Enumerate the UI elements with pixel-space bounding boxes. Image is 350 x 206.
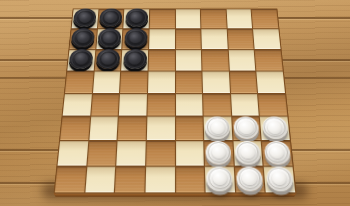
square-r3c8[interactable] xyxy=(255,50,283,71)
square-r8c5[interactable] xyxy=(176,167,205,193)
square-r2c3[interactable] xyxy=(123,29,149,49)
white-piece[interactable] xyxy=(235,141,262,165)
black-piece[interactable] xyxy=(96,49,121,69)
square-r2c5[interactable] xyxy=(175,29,201,49)
black-piece[interactable] xyxy=(73,9,97,27)
square-r3c1[interactable] xyxy=(67,50,95,71)
square-r1c5[interactable] xyxy=(175,9,200,28)
square-r1c6[interactable] xyxy=(201,9,227,28)
white-piece[interactable] xyxy=(205,116,231,139)
square-r2c2[interactable] xyxy=(96,29,123,49)
square-r6c4[interactable] xyxy=(147,117,175,140)
white-piece[interactable] xyxy=(236,166,264,191)
square-r2c1[interactable] xyxy=(70,29,97,49)
square-r3c4[interactable] xyxy=(148,50,174,71)
board-edge-bottom xyxy=(54,193,297,196)
square-r2c7[interactable] xyxy=(227,29,254,49)
square-r1c4[interactable] xyxy=(150,9,175,28)
square-r4c7[interactable] xyxy=(230,71,258,93)
square-r8c8[interactable] xyxy=(264,167,295,193)
black-piece[interactable] xyxy=(99,9,122,27)
black-piece[interactable] xyxy=(71,29,95,48)
square-r7c3[interactable] xyxy=(117,141,146,166)
square-r5c1[interactable] xyxy=(63,93,92,115)
square-r6c5[interactable] xyxy=(176,117,204,140)
white-piece[interactable] xyxy=(233,116,259,139)
square-r6c6[interactable] xyxy=(204,117,232,140)
square-r5c2[interactable] xyxy=(91,93,119,115)
square-r4c8[interactable] xyxy=(257,71,285,93)
square-r5c8[interactable] xyxy=(258,93,287,115)
white-piece[interactable] xyxy=(265,166,293,191)
square-r3c2[interactable] xyxy=(94,50,121,71)
wood-table-background xyxy=(0,0,350,206)
square-r4c1[interactable] xyxy=(65,71,93,93)
square-r5c3[interactable] xyxy=(119,93,147,115)
black-piece[interactable] xyxy=(97,29,121,48)
square-r6c8[interactable] xyxy=(260,117,290,140)
square-r5c5[interactable] xyxy=(176,93,203,115)
square-r6c7[interactable] xyxy=(232,117,261,140)
square-r2c4[interactable] xyxy=(149,29,175,49)
black-piece[interactable] xyxy=(125,9,148,27)
square-r7c6[interactable] xyxy=(204,141,233,166)
square-r8c6[interactable] xyxy=(205,167,235,193)
square-r8c1[interactable] xyxy=(55,167,86,193)
square-r4c2[interactable] xyxy=(93,71,121,93)
white-piece[interactable] xyxy=(263,141,290,165)
square-r3c6[interactable] xyxy=(202,50,229,71)
square-r7c1[interactable] xyxy=(58,141,88,166)
checkers-board xyxy=(54,8,297,193)
square-r5c7[interactable] xyxy=(231,93,259,115)
white-piece[interactable] xyxy=(262,116,289,139)
square-r1c2[interactable] xyxy=(98,9,124,28)
square-r8c7[interactable] xyxy=(235,167,265,193)
square-r5c6[interactable] xyxy=(203,93,231,115)
board-3d-wrap xyxy=(54,8,297,193)
square-r1c7[interactable] xyxy=(226,9,252,28)
square-r7c5[interactable] xyxy=(176,141,204,166)
square-r2c8[interactable] xyxy=(253,29,280,49)
square-r4c3[interactable] xyxy=(120,71,147,93)
white-piece[interactable] xyxy=(206,141,232,165)
black-piece[interactable] xyxy=(69,49,94,69)
square-r6c2[interactable] xyxy=(89,117,118,140)
square-r6c1[interactable] xyxy=(60,117,90,140)
square-r4c6[interactable] xyxy=(203,71,230,93)
square-r2c6[interactable] xyxy=(201,29,227,49)
square-r8c2[interactable] xyxy=(85,167,115,193)
square-r1c8[interactable] xyxy=(252,9,278,28)
square-r4c5[interactable] xyxy=(175,71,202,93)
black-piece[interactable] xyxy=(124,29,148,48)
square-r6c3[interactable] xyxy=(118,117,146,140)
white-piece[interactable] xyxy=(206,166,233,191)
black-piece[interactable] xyxy=(123,49,147,69)
square-r7c2[interactable] xyxy=(87,141,117,166)
square-r1c1[interactable] xyxy=(72,9,98,28)
square-r8c3[interactable] xyxy=(115,167,145,193)
square-r7c7[interactable] xyxy=(233,141,263,166)
square-r3c3[interactable] xyxy=(121,50,148,71)
square-r5c4[interactable] xyxy=(147,93,174,115)
square-r3c5[interactable] xyxy=(175,50,201,71)
square-r1c3[interactable] xyxy=(124,9,150,28)
square-r7c4[interactable] xyxy=(146,141,174,166)
square-r7c8[interactable] xyxy=(262,141,292,166)
square-r4c4[interactable] xyxy=(148,71,175,93)
square-r3c7[interactable] xyxy=(228,50,255,71)
square-r8c4[interactable] xyxy=(145,167,174,193)
